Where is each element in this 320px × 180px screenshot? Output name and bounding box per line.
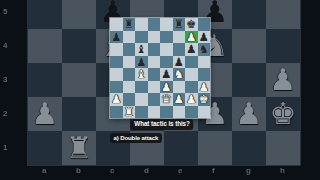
square-a4[interactable] [110, 68, 123, 81]
square-a6[interactable] [110, 43, 123, 56]
square-g4 [232, 29, 266, 63]
white-pawn: ♟ [32, 97, 59, 131]
square-c6[interactable]: ♝ [135, 43, 148, 56]
black-king: ♚ [186, 18, 196, 31]
bg-file-label-d: d [144, 166, 149, 175]
square-f2[interactable]: ♟ [173, 93, 186, 106]
square-e2[interactable]: ♛ [160, 93, 173, 106]
bg-rank-label-4: 4 [3, 41, 7, 50]
square-e4[interactable]: ♟ [160, 68, 173, 81]
square-a2: ♟ [28, 97, 62, 131]
square-b4[interactable] [123, 68, 136, 81]
black-pawn: ♟ [161, 68, 171, 81]
square-b8[interactable]: ♜ [123, 18, 136, 31]
square-d8[interactable] [148, 18, 161, 31]
square-a8[interactable] [110, 18, 123, 31]
square-b1: ♜ [62, 131, 96, 165]
white-queen: ♛ [161, 93, 171, 106]
square-d5[interactable] [148, 56, 161, 69]
square-h1[interactable] [198, 106, 211, 119]
video-frame: ♜♜♚♟♟♟♝♟♞♟♟♝♟♞♟♟♟♛♟♟♚♜ 12345678abcdefgh … [0, 0, 320, 180]
white-king: ♚ [270, 97, 297, 131]
square-h3: ♟ [266, 63, 300, 97]
square-a1 [28, 131, 62, 165]
square-a5[interactable] [110, 56, 123, 69]
white-knight: ♞ [174, 68, 184, 81]
bg-rank-label-3: 3 [3, 75, 7, 84]
square-f7[interactable] [173, 31, 186, 44]
square-b5 [62, 0, 96, 29]
square-f8[interactable]: ♜ [173, 18, 186, 31]
black-knight: ♞ [199, 43, 209, 56]
square-b6[interactable] [123, 43, 136, 56]
square-c4[interactable]: ♝ [135, 68, 148, 81]
square-h4[interactable] [198, 68, 211, 81]
black-rook: ♜ [124, 18, 134, 31]
bg-file-label-a: a [42, 166, 46, 175]
square-h8[interactable] [198, 18, 211, 31]
bg-file-label-f: f [212, 166, 215, 175]
question-pill: What tactic is this? [130, 119, 193, 130]
white-pawn: ♟ [186, 93, 196, 106]
square-b2[interactable] [123, 93, 136, 106]
white-rook: ♜ [124, 106, 134, 119]
square-g5 [232, 0, 266, 29]
bg-file-label-b: b [76, 166, 81, 175]
white-rook: ♜ [66, 131, 93, 165]
square-b5[interactable] [123, 56, 136, 69]
square-h5[interactable] [198, 56, 211, 69]
bg-file-label-g: g [246, 166, 251, 175]
bg-file-label-h: h [280, 166, 285, 175]
square-g5[interactable] [185, 56, 198, 69]
black-pawn: ♟ [111, 31, 121, 44]
square-e6[interactable] [160, 43, 173, 56]
white-bishop: ♝ [136, 68, 146, 81]
square-g2[interactable]: ♟ [185, 93, 198, 106]
square-a7[interactable]: ♟ [110, 31, 123, 44]
square-b3[interactable] [123, 81, 136, 94]
chess-board[interactable]: ♜♜♚♟♟♟♝♟♞♟♟♝♟♞♟♟♟♛♟♟♚♜ [110, 18, 210, 118]
square-f1 [198, 131, 232, 165]
square-d4[interactable] [148, 68, 161, 81]
square-c2[interactable] [135, 93, 148, 106]
bg-rank-label-2: 2 [3, 109, 7, 118]
square-h2[interactable]: ♚ [198, 93, 211, 106]
square-d3[interactable] [148, 81, 161, 94]
bg-rank-label-1: 1 [3, 143, 7, 152]
square-c8[interactable] [135, 18, 148, 31]
square-h6[interactable]: ♞ [198, 43, 211, 56]
square-e1 [164, 131, 198, 165]
square-a2[interactable]: ♟ [110, 93, 123, 106]
white-pawn: ♟ [270, 63, 297, 97]
white-pawn: ♟ [111, 93, 121, 106]
square-g1[interactable] [185, 106, 198, 119]
square-d2[interactable] [148, 93, 161, 106]
square-b2 [62, 97, 96, 131]
square-g8[interactable]: ♚ [185, 18, 198, 31]
square-c3[interactable] [135, 81, 148, 94]
black-rook: ♜ [174, 18, 184, 31]
white-pawn: ♟ [236, 97, 263, 131]
square-f1[interactable] [173, 106, 186, 119]
square-f4[interactable]: ♞ [173, 68, 186, 81]
square-b3 [62, 63, 96, 97]
square-g2: ♟ [232, 97, 266, 131]
square-g3 [232, 63, 266, 97]
square-a3 [28, 63, 62, 97]
square-g4[interactable] [185, 68, 198, 81]
square-a4 [28, 29, 62, 63]
square-f6[interactable] [173, 43, 186, 56]
black-pawn: ♟ [186, 43, 196, 56]
answer-option-a[interactable]: a) Double attack [110, 133, 162, 143]
square-g6[interactable]: ♟ [185, 43, 198, 56]
bg-file-label-e: e [178, 166, 182, 175]
square-a5 [28, 0, 62, 29]
square-e8[interactable] [160, 18, 173, 31]
square-e1[interactable] [160, 106, 173, 119]
square-a1[interactable] [110, 106, 123, 119]
white-king: ♚ [199, 93, 209, 106]
square-h2: ♚ [266, 97, 300, 131]
square-e7[interactable] [160, 31, 173, 44]
black-bishop: ♝ [136, 43, 146, 56]
square-b7[interactable] [123, 31, 136, 44]
square-c1[interactable] [135, 106, 148, 119]
square-d6[interactable] [148, 43, 161, 56]
square-h4 [266, 29, 300, 63]
bg-file-label-c: c [110, 166, 114, 175]
square-d7[interactable] [148, 31, 161, 44]
square-h1 [266, 131, 300, 165]
square-b4 [62, 29, 96, 63]
square-d1[interactable] [148, 106, 161, 119]
square-b1[interactable]: ♜ [123, 106, 136, 119]
bg-rank-label-5: 5 [3, 7, 7, 16]
square-g1 [232, 131, 266, 165]
square-h5 [266, 0, 300, 29]
white-pawn: ♟ [174, 93, 184, 106]
